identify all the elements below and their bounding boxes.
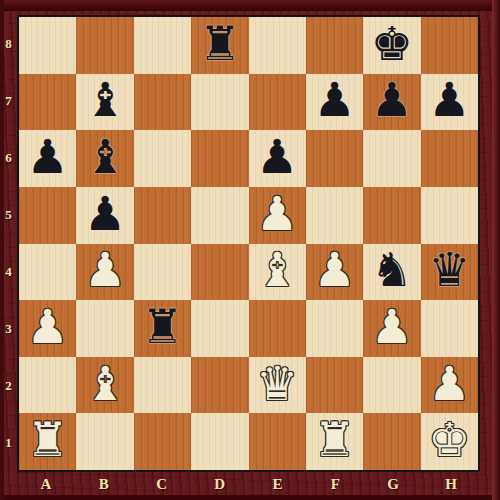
square-a8[interactable] — [19, 17, 76, 74]
square-h5[interactable] — [421, 187, 478, 244]
square-h1[interactable]: ♚ — [421, 413, 478, 470]
file-labels: ABCDEFGH — [17, 472, 480, 496]
square-d7[interactable] — [191, 74, 248, 131]
piece-white-bishop-b2[interactable]: ♝ — [84, 360, 126, 407]
square-g5[interactable] — [363, 187, 420, 244]
file-label-a: A — [17, 472, 75, 496]
square-e1[interactable] — [249, 413, 306, 470]
square-b7[interactable]: ♝ — [76, 74, 133, 131]
square-c3[interactable]: ♜ — [134, 300, 191, 357]
piece-white-pawn-g3[interactable]: ♟ — [371, 303, 413, 350]
file-label-f: F — [306, 472, 364, 496]
square-c6[interactable] — [134, 130, 191, 187]
piece-black-pawn-a6[interactable]: ♟ — [27, 133, 69, 180]
square-a2[interactable] — [19, 357, 76, 414]
square-e4[interactable]: ♝ — [249, 244, 306, 301]
frame-edge-right — [492, 0, 500, 500]
piece-black-king-g8[interactable]: ♚ — [371, 20, 413, 67]
square-d1[interactable] — [191, 413, 248, 470]
piece-white-king-h1[interactable]: ♚ — [428, 416, 470, 463]
file-label-c: C — [133, 472, 191, 496]
piece-black-rook-c3[interactable]: ♜ — [141, 303, 183, 350]
piece-black-queen-h4[interactable]: ♛ — [428, 246, 470, 293]
piece-white-pawn-a3[interactable]: ♟ — [27, 303, 69, 350]
rank-label-6: 6 — [0, 129, 17, 186]
square-d4[interactable] — [191, 244, 248, 301]
frame-edge-top — [0, 0, 500, 11]
square-f6[interactable] — [306, 130, 363, 187]
square-d2[interactable] — [191, 357, 248, 414]
square-e8[interactable] — [249, 17, 306, 74]
square-g4[interactable]: ♞ — [363, 244, 420, 301]
piece-white-rook-a1[interactable]: ♜ — [27, 416, 69, 463]
piece-white-queen-e2[interactable]: ♛ — [256, 360, 298, 407]
square-a1[interactable]: ♜ — [19, 413, 76, 470]
rank-labels: 87654321 — [0, 15, 17, 472]
square-e3[interactable] — [249, 300, 306, 357]
square-b1[interactable] — [76, 413, 133, 470]
square-h2[interactable]: ♟ — [421, 357, 478, 414]
square-e6[interactable]: ♟ — [249, 130, 306, 187]
piece-black-pawn-f7[interactable]: ♟ — [313, 76, 355, 123]
piece-black-pawn-b5[interactable]: ♟ — [84, 190, 126, 237]
square-g1[interactable] — [363, 413, 420, 470]
square-d3[interactable] — [191, 300, 248, 357]
square-e5[interactable]: ♟ — [249, 187, 306, 244]
square-b6[interactable]: ♝ — [76, 130, 133, 187]
square-c5[interactable] — [134, 187, 191, 244]
piece-black-pawn-e6[interactable]: ♟ — [256, 133, 298, 180]
file-label-h: H — [422, 472, 480, 496]
square-e7[interactable] — [249, 74, 306, 131]
square-d5[interactable] — [191, 187, 248, 244]
square-f3[interactable] — [306, 300, 363, 357]
square-b3[interactable] — [76, 300, 133, 357]
piece-white-rook-f1[interactable]: ♜ — [313, 416, 355, 463]
square-a4[interactable] — [19, 244, 76, 301]
piece-black-rook-d8[interactable]: ♜ — [199, 20, 241, 67]
piece-white-pawn-h2[interactable]: ♟ — [428, 360, 470, 407]
square-d8[interactable]: ♜ — [191, 17, 248, 74]
file-label-g: G — [364, 472, 422, 496]
square-e2[interactable]: ♛ — [249, 357, 306, 414]
rank-label-4: 4 — [0, 244, 17, 301]
square-f2[interactable] — [306, 357, 363, 414]
piece-white-pawn-e5[interactable]: ♟ — [256, 190, 298, 237]
chess-board: ♜♚♝♟♟♟♟♝♟♟♟♟♝♟♞♛♟♜♟♝♛♟♜♜♚ — [17, 15, 480, 472]
piece-black-bishop-b7[interactable]: ♝ — [84, 76, 126, 123]
file-label-d: D — [191, 472, 249, 496]
square-f5[interactable] — [306, 187, 363, 244]
piece-white-pawn-f4[interactable]: ♟ — [313, 246, 355, 293]
piece-white-pawn-b4[interactable]: ♟ — [84, 246, 126, 293]
square-a7[interactable] — [19, 74, 76, 131]
square-g6[interactable] — [363, 130, 420, 187]
piece-black-pawn-g7[interactable]: ♟ — [371, 76, 413, 123]
square-b2[interactable]: ♝ — [76, 357, 133, 414]
rank-label-7: 7 — [0, 72, 17, 129]
square-f7[interactable]: ♟ — [306, 74, 363, 131]
rank-label-5: 5 — [0, 186, 17, 243]
square-a6[interactable]: ♟ — [19, 130, 76, 187]
square-g3[interactable]: ♟ — [363, 300, 420, 357]
square-b5[interactable]: ♟ — [76, 187, 133, 244]
piece-black-bishop-b6[interactable]: ♝ — [84, 133, 126, 180]
square-h3[interactable] — [421, 300, 478, 357]
square-g8[interactable]: ♚ — [363, 17, 420, 74]
square-h7[interactable]: ♟ — [421, 74, 478, 131]
piece-white-bishop-e4[interactable]: ♝ — [256, 246, 298, 293]
rank-label-2: 2 — [0, 358, 17, 415]
rank-label-8: 8 — [0, 15, 17, 72]
square-f4[interactable]: ♟ — [306, 244, 363, 301]
rank-label-1: 1 — [0, 415, 17, 472]
chess-diagram: 87654321 ♜♚♝♟♟♟♟♝♟♟♟♟♝♟♞♛♟♜♟♝♛♟♜♜♚ ABCDE… — [0, 0, 500, 500]
square-a3[interactable]: ♟ — [19, 300, 76, 357]
square-h8[interactable] — [421, 17, 478, 74]
square-f8[interactable] — [306, 17, 363, 74]
square-b8[interactable] — [76, 17, 133, 74]
square-b4[interactable]: ♟ — [76, 244, 133, 301]
square-h6[interactable] — [421, 130, 478, 187]
square-g2[interactable] — [363, 357, 420, 414]
square-c4[interactable] — [134, 244, 191, 301]
square-c8[interactable] — [134, 17, 191, 74]
square-c1[interactable] — [134, 413, 191, 470]
rank-label-3: 3 — [0, 301, 17, 358]
piece-black-pawn-h7[interactable]: ♟ — [428, 76, 470, 123]
square-c7[interactable] — [134, 74, 191, 131]
file-label-b: B — [75, 472, 133, 496]
square-g7[interactable]: ♟ — [363, 74, 420, 131]
square-d6[interactable] — [191, 130, 248, 187]
square-c2[interactable] — [134, 357, 191, 414]
square-f1[interactable]: ♜ — [306, 413, 363, 470]
square-h4[interactable]: ♛ — [421, 244, 478, 301]
square-a5[interactable] — [19, 187, 76, 244]
file-label-e: E — [249, 472, 307, 496]
piece-black-knight-g4[interactable]: ♞ — [371, 246, 413, 293]
